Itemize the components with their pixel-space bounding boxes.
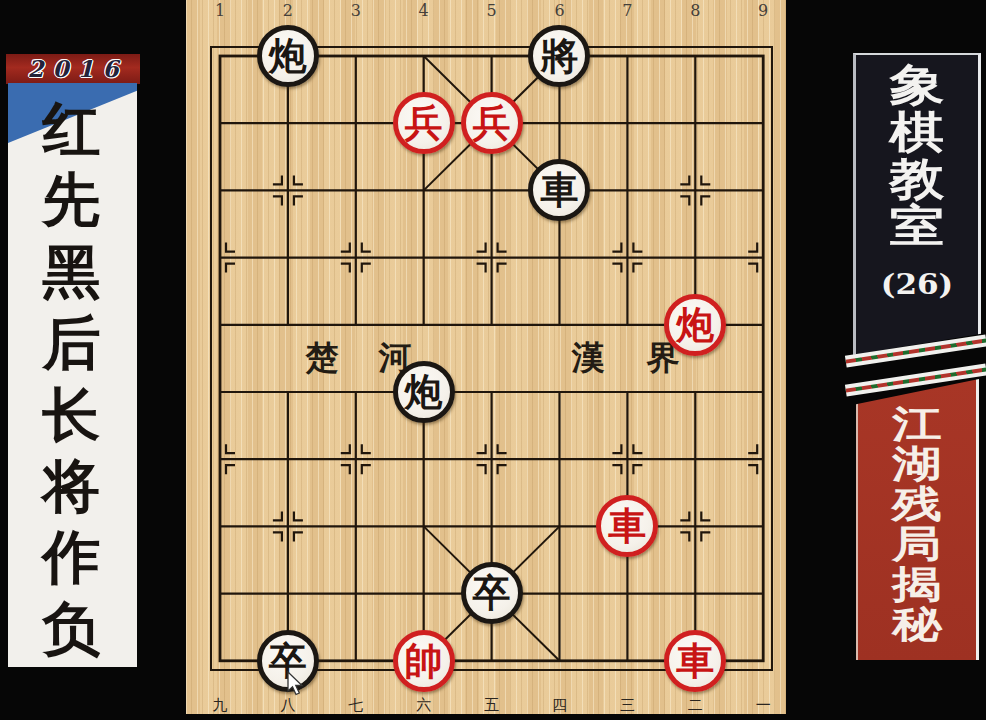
episode-number: (26) [881, 269, 954, 300]
left-title-char: 作 [42, 528, 100, 586]
channel-title-char: 棋 [890, 110, 945, 154]
piece-red-chariot[interactable]: 車 [596, 495, 658, 557]
piece-red-chariot[interactable]: 車 [664, 630, 726, 692]
file-label-top: 1 [215, 3, 225, 19]
piece-red-soldier[interactable]: 兵 [461, 92, 523, 154]
piece-black-cannon[interactable]: 炮 [393, 361, 455, 423]
piece-red-soldier[interactable]: 兵 [393, 92, 455, 154]
left-title-char: 黑 [42, 243, 100, 301]
file-label-top: 6 [554, 3, 564, 19]
piece-character: 車 [608, 507, 646, 545]
file-label-top: 7 [622, 3, 632, 19]
piece-character: 炮 [269, 37, 307, 75]
pieces-layer: 炮將兵兵車炮炮車卒卒帥車 [186, 22, 797, 694]
piece-character: 炮 [676, 306, 714, 344]
piece-character: 車 [676, 642, 714, 680]
file-label-top: 3 [351, 3, 361, 19]
left-title-char: 先 [42, 171, 100, 229]
file-label-bottom: 三 [620, 698, 635, 713]
left-title-char: 后 [42, 314, 100, 372]
file-label-top: 8 [690, 3, 700, 19]
xiangqi-board[interactable]: 123456789 九八七六五四三二一 楚河漢界 炮將兵兵車炮炮車卒卒帥車 [186, 0, 786, 714]
piece-black-soldier[interactable]: 卒 [461, 562, 523, 624]
piece-character: 兵 [405, 104, 443, 142]
series-title-char: 局 [892, 525, 941, 563]
file-label-bottom: 七 [348, 698, 363, 713]
piece-character: 兵 [473, 104, 511, 142]
left-title-char: 红 [42, 100, 100, 158]
file-label-top: 4 [419, 3, 429, 19]
channel-title-char: 象 [890, 63, 945, 107]
piece-black-cannon[interactable]: 炮 [257, 25, 319, 87]
piece-red-cannon[interactable]: 炮 [664, 294, 726, 356]
file-label-top: 9 [758, 3, 768, 19]
series-title-panel: 江湖残局揭秘 [856, 379, 979, 660]
piece-character: 帥 [405, 642, 443, 680]
file-label-top: 2 [283, 3, 293, 19]
left-title-panel: 红先黑后长将作负 [8, 83, 137, 667]
left-title-char: 将 [42, 457, 100, 515]
series-title-char: 揭 [892, 565, 941, 603]
file-label-bottom: 五 [484, 698, 499, 713]
piece-red-general[interactable]: 帥 [393, 630, 455, 692]
channel-title-char: 教 [890, 157, 945, 201]
file-label-bottom: 八 [280, 698, 295, 713]
left-title-char: 长 [42, 386, 100, 444]
file-label-bottom: 六 [416, 698, 431, 713]
file-label-bottom: 一 [756, 698, 771, 713]
left-title-char: 负 [42, 600, 100, 658]
piece-character: 將 [540, 37, 578, 75]
year-banner: 2016 [6, 54, 140, 84]
series-title-char: 残 [892, 485, 941, 523]
file-label-top: 5 [487, 3, 497, 19]
file-label-bottom: 四 [552, 698, 567, 713]
file-label-bottom: 二 [688, 698, 703, 713]
channel-title-char: 室 [890, 204, 945, 248]
file-label-bottom: 九 [213, 698, 228, 713]
piece-black-general[interactable]: 將 [528, 25, 590, 87]
channel-title-panel: 象棋教室 (26) [853, 53, 981, 355]
mouse-cursor [287, 671, 305, 699]
piece-character: 車 [540, 171, 578, 209]
series-title-char: 秘 [892, 605, 941, 643]
series-title-char: 江 [892, 405, 941, 443]
piece-black-chariot[interactable]: 車 [528, 159, 590, 221]
piece-character: 卒 [473, 574, 511, 612]
piece-character: 炮 [405, 373, 443, 411]
series-title-char: 湖 [892, 445, 941, 483]
